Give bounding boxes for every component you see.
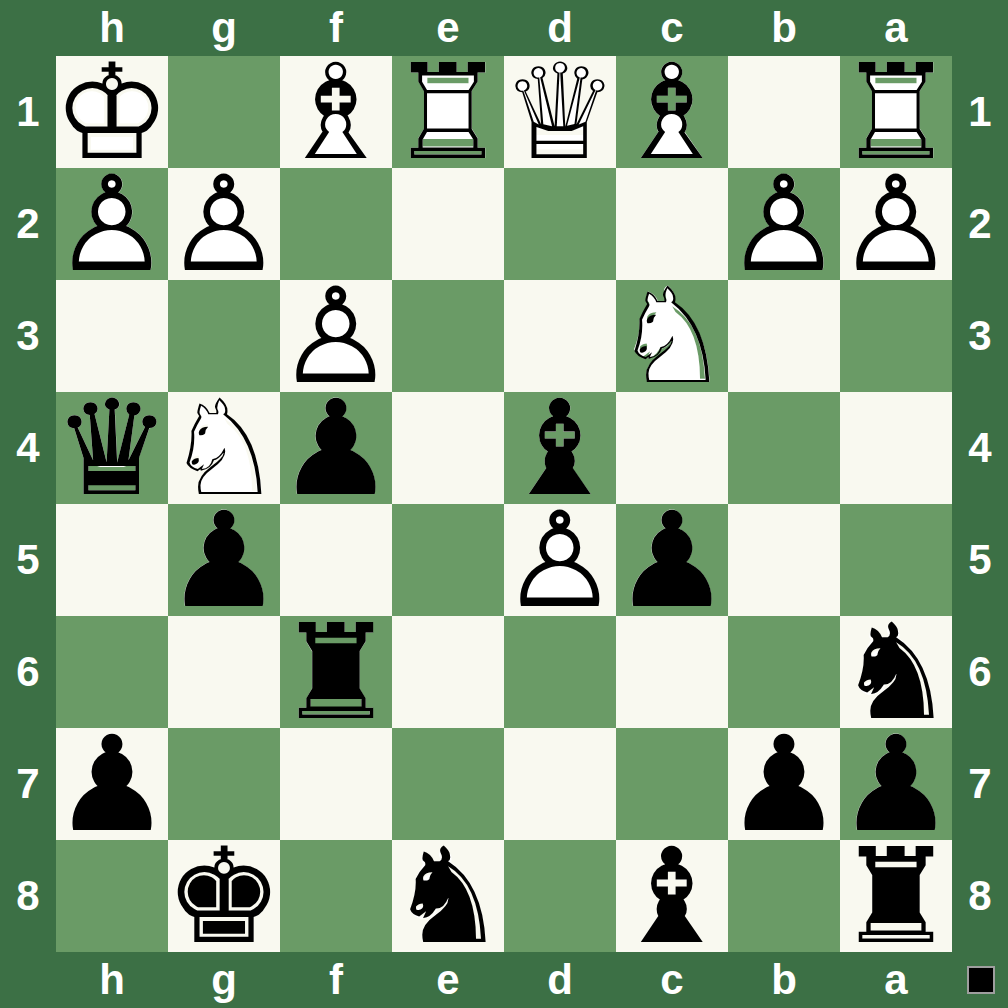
pawn-icon: ♙ [840,168,952,280]
rank-label-right-1: 1 [952,56,1008,168]
piece-black-pawn[interactable]: ♙♟ [280,392,392,504]
piece-black-pawn[interactable]: ♙♟ [616,504,728,616]
board-corner [952,0,1008,56]
rank-label-right-5: 5 [952,504,1008,616]
square-h4[interactable]: ♕♛ [56,392,168,504]
square-e8[interactable]: ♘♞ [392,840,504,952]
pawn-icon: ♙ [56,168,168,280]
piece-black-bishop[interactable]: ♗♝ [616,840,728,952]
pawn-icon: ♙ [168,168,280,280]
rank-label-left-4: 4 [0,392,56,504]
square-b5[interactable] [728,504,840,616]
square-b4[interactable] [728,392,840,504]
square-f4[interactable]: ♙♟ [280,392,392,504]
rank-label-right-4: 4 [952,392,1008,504]
piece-black-rook[interactable]: ♖♜ [280,616,392,728]
pawn-icon: ♟ [728,728,840,840]
square-c3[interactable]: ♞♘ [616,280,728,392]
square-g5[interactable]: ♙♟ [168,504,280,616]
square-h7[interactable]: ♙♟ [56,728,168,840]
rank-label-left-2: 2 [0,168,56,280]
square-d1[interactable]: ♛♕ [504,56,616,168]
queen-icon: ♛ [56,392,168,504]
rank-label-left-6: 6 [0,616,56,728]
rook-icon: ♜ [280,616,392,728]
piece-black-king[interactable]: ♔♚ [168,840,280,952]
piece-black-pawn[interactable]: ♙♟ [56,728,168,840]
square-c5[interactable]: ♙♟ [616,504,728,616]
rank-label-left-1: 1 [0,56,56,168]
square-f1[interactable]: ♝♗ [280,56,392,168]
rook-icon: ♜ [840,840,952,952]
square-f8[interactable] [280,840,392,952]
piece-black-rook[interactable]: ♖♜ [840,840,952,952]
square-a8[interactable]: ♖♜ [840,840,952,952]
square-e5[interactable] [392,504,504,616]
file-label-bottom-f: f [280,952,392,1008]
board-corner [0,952,56,1008]
rank-label-left-8: 8 [0,840,56,952]
rank-label-right-2: 2 [952,168,1008,280]
square-d8[interactable] [504,840,616,952]
bishop-icon: ♝ [616,840,728,952]
piece-white-queen[interactable]: ♛♕ [504,56,616,168]
square-e1[interactable]: ♜♖ [392,56,504,168]
piece-white-bishop[interactable]: ♝♗ [616,56,728,168]
file-label-bottom-b: b [728,952,840,1008]
file-label-top-b: b [728,0,840,56]
black-to-move-indicator [967,966,995,994]
square-b2[interactable]: ♟♙ [728,168,840,280]
knight-icon: ♞ [392,840,504,952]
piece-white-pawn[interactable]: ♟♙ [168,168,280,280]
rank-label-right-3: 3 [952,280,1008,392]
square-e3[interactable] [392,280,504,392]
rank-label-right-8: 8 [952,840,1008,952]
file-label-bottom-h: h [56,952,168,1008]
rook-icon: ♖ [392,56,504,168]
piece-black-pawn[interactable]: ♙♟ [728,728,840,840]
piece-white-bishop[interactable]: ♝♗ [280,56,392,168]
square-h2[interactable]: ♟♙ [56,168,168,280]
piece-black-pawn[interactable]: ♙♟ [168,504,280,616]
pawn-icon: ♟ [168,504,280,616]
pawn-icon: ♟ [280,392,392,504]
square-g8[interactable]: ♔♚ [168,840,280,952]
square-g2[interactable]: ♟♙ [168,168,280,280]
square-d5[interactable]: ♟♙ [504,504,616,616]
square-a2[interactable]: ♟♙ [840,168,952,280]
piece-white-pawn[interactable]: ♟♙ [504,504,616,616]
bishop-icon: ♗ [280,56,392,168]
file-label-bottom-d: d [504,952,616,1008]
piece-white-pawn[interactable]: ♟♙ [728,168,840,280]
piece-white-knight[interactable]: ♞♘ [616,280,728,392]
bishop-icon: ♗ [616,56,728,168]
square-e6[interactable] [392,616,504,728]
square-a4[interactable] [840,392,952,504]
pawn-icon: ♟ [616,504,728,616]
board-corner [0,0,56,56]
piece-white-pawn[interactable]: ♟♙ [840,168,952,280]
piece-black-queen[interactable]: ♕♛ [56,392,168,504]
queen-icon: ♕ [504,56,616,168]
square-f6[interactable]: ♖♜ [280,616,392,728]
rank-label-right-7: 7 [952,728,1008,840]
knight-icon: ♘ [616,280,728,392]
chessboard: hgfedcba1♚♔♝♗♜♖♛♕♝♗♜♖12♟♙♟♙♟♙♟♙23♟♙♞♘34♕… [0,0,1008,1008]
rank-label-left-3: 3 [0,280,56,392]
square-c8[interactable]: ♗♝ [616,840,728,952]
square-e4[interactable] [392,392,504,504]
square-c1[interactable]: ♝♗ [616,56,728,168]
piece-white-rook[interactable]: ♜♖ [392,56,504,168]
pawn-icon: ♙ [728,168,840,280]
pawn-icon: ♟ [56,728,168,840]
king-icon: ♚ [168,840,280,952]
piece-black-knight[interactable]: ♘♞ [392,840,504,952]
square-b7[interactable]: ♙♟ [728,728,840,840]
pawn-icon: ♙ [504,504,616,616]
rank-label-left-5: 5 [0,504,56,616]
square-d7[interactable] [504,728,616,840]
piece-white-pawn[interactable]: ♟♙ [56,168,168,280]
rank-label-right-6: 6 [952,616,1008,728]
file-label-top-g: g [168,0,280,56]
rank-label-left-7: 7 [0,728,56,840]
